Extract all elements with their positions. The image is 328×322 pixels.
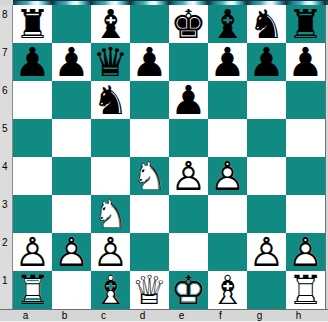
piece-outline-layer: ♙ xyxy=(13,233,52,271)
square-g7[interactable]: ♟ xyxy=(247,43,286,81)
piece-black-pawn: ♟ xyxy=(169,81,208,119)
square-h2[interactable]: ♟♙ xyxy=(286,233,325,271)
square-h5[interactable] xyxy=(286,119,325,157)
piece-black-pawn: ♟ xyxy=(247,43,286,81)
square-f5[interactable] xyxy=(208,119,247,157)
square-g8[interactable]: ♞ xyxy=(247,5,286,43)
square-g2[interactable]: ♟♙ xyxy=(247,233,286,271)
square-f4[interactable]: ♟♙ xyxy=(208,157,247,195)
rank-label-7: 7 xyxy=(0,43,12,81)
piece-glyph: ♚ xyxy=(169,5,208,43)
square-f6[interactable] xyxy=(208,81,247,119)
piece-glyph: ♟ xyxy=(52,43,91,81)
piece-black-knight: ♞ xyxy=(91,81,130,119)
square-a3[interactable] xyxy=(13,195,52,233)
square-a7[interactable]: ♟ xyxy=(13,43,52,81)
piece-glyph: ♟ xyxy=(169,81,208,119)
square-f1[interactable]: ♝♗ xyxy=(208,271,247,309)
piece-black-bishop: ♝ xyxy=(208,5,247,43)
piece-white-king: ♚♔ xyxy=(169,271,208,309)
piece-glyph: ♞ xyxy=(91,81,130,119)
square-g6[interactable] xyxy=(247,81,286,119)
piece-outline-layer: ♕ xyxy=(130,271,169,309)
piece-white-pawn: ♟♙ xyxy=(91,233,130,271)
piece-white-pawn: ♟♙ xyxy=(52,233,91,271)
rank-label-1: 1 xyxy=(0,271,12,309)
rank-label-8: 8 xyxy=(0,5,12,43)
square-h3[interactable] xyxy=(286,195,325,233)
file-label-h: h xyxy=(279,310,318,322)
piece-black-rook: ♜ xyxy=(286,5,325,43)
piece-black-pawn: ♟ xyxy=(130,43,169,81)
piece-glyph: ♟ xyxy=(208,43,247,81)
piece-black-queen: ♛ xyxy=(91,43,130,81)
square-e7[interactable] xyxy=(169,43,208,81)
piece-outline-layer: ♘ xyxy=(130,157,169,195)
piece-glyph: ♝ xyxy=(208,5,247,43)
file-label-a: a xyxy=(6,310,45,322)
square-g1[interactable] xyxy=(247,271,286,309)
piece-white-queen: ♛♕ xyxy=(130,271,169,309)
piece-white-bishop: ♝♗ xyxy=(91,271,130,309)
square-c8[interactable]: ♝ xyxy=(91,5,130,43)
piece-black-pawn: ♟ xyxy=(208,43,247,81)
piece-black-rook: ♜ xyxy=(13,5,52,43)
square-f3[interactable] xyxy=(208,195,247,233)
square-d6[interactable] xyxy=(130,81,169,119)
square-b6[interactable] xyxy=(52,81,91,119)
square-a2[interactable]: ♟♙ xyxy=(13,233,52,271)
piece-black-bishop: ♝ xyxy=(91,5,130,43)
square-b8[interactable] xyxy=(52,5,91,43)
square-a1[interactable]: ♜♖ xyxy=(13,271,52,309)
square-g5[interactable] xyxy=(247,119,286,157)
square-e4[interactable]: ♟♙ xyxy=(169,157,208,195)
square-a4[interactable] xyxy=(13,157,52,195)
square-a6[interactable] xyxy=(13,81,52,119)
square-e3[interactable] xyxy=(169,195,208,233)
square-d1[interactable]: ♛♕ xyxy=(130,271,169,309)
square-c7[interactable]: ♛ xyxy=(91,43,130,81)
square-d2[interactable] xyxy=(130,233,169,271)
square-a5[interactable] xyxy=(13,119,52,157)
square-b7[interactable]: ♟ xyxy=(52,43,91,81)
square-e1[interactable]: ♚♔ xyxy=(169,271,208,309)
file-label-e: e xyxy=(162,310,201,322)
piece-black-pawn: ♟ xyxy=(13,43,52,81)
piece-glyph: ♝ xyxy=(91,5,130,43)
square-c5[interactable] xyxy=(91,119,130,157)
piece-white-rook: ♜♖ xyxy=(286,271,325,309)
square-g3[interactable] xyxy=(247,195,286,233)
square-h1[interactable]: ♜♖ xyxy=(286,271,325,309)
square-b2[interactable]: ♟♙ xyxy=(52,233,91,271)
square-e8[interactable]: ♚ xyxy=(169,5,208,43)
square-c2[interactable]: ♟♙ xyxy=(91,233,130,271)
piece-outline-layer: ♘ xyxy=(91,195,130,233)
square-d3[interactable] xyxy=(130,195,169,233)
rank-label-2: 2 xyxy=(0,233,12,271)
piece-black-king: ♚ xyxy=(169,5,208,43)
piece-outline-layer: ♙ xyxy=(247,233,286,271)
piece-black-pawn: ♟ xyxy=(52,43,91,81)
file-labels-bar: abcdefgh xyxy=(0,309,328,322)
square-h7[interactable]: ♟ xyxy=(286,43,325,81)
board-area: 87654321 ♜♝♚♝♞♜♟♟♛♟♟♟♟♞♟♞♘♟♙♟♙♞♘♟♙♟♙♟♙♟♙… xyxy=(0,5,328,309)
piece-glyph: ♞ xyxy=(247,5,286,43)
square-f7[interactable]: ♟ xyxy=(208,43,247,81)
square-e2[interactable] xyxy=(169,233,208,271)
piece-outline-layer: ♗ xyxy=(208,271,247,309)
piece-white-pawn: ♟♙ xyxy=(286,233,325,271)
square-a8[interactable]: ♜ xyxy=(13,5,52,43)
piece-black-pawn: ♟ xyxy=(286,43,325,81)
rank-label-4: 4 xyxy=(0,157,12,195)
square-e5[interactable] xyxy=(169,119,208,157)
piece-white-pawn: ♟♙ xyxy=(169,157,208,195)
piece-white-rook: ♜♖ xyxy=(13,271,52,309)
square-c1[interactable]: ♝♗ xyxy=(91,271,130,309)
piece-white-bishop: ♝♗ xyxy=(208,271,247,309)
piece-white-pawn: ♟♙ xyxy=(247,233,286,271)
rank-labels-gutter: 87654321 xyxy=(0,5,13,309)
piece-outline-layer: ♙ xyxy=(169,157,208,195)
square-b4[interactable] xyxy=(52,157,91,195)
piece-outline-layer: ♖ xyxy=(286,271,325,309)
piece-glyph: ♜ xyxy=(286,5,325,43)
rank-label-3: 3 xyxy=(0,195,12,233)
piece-outline-layer: ♙ xyxy=(286,233,325,271)
square-c4[interactable] xyxy=(91,157,130,195)
square-b5[interactable] xyxy=(52,119,91,157)
file-label-c: c xyxy=(84,310,123,322)
piece-glyph: ♛ xyxy=(91,43,130,81)
piece-black-knight: ♞ xyxy=(247,5,286,43)
file-label-d: d xyxy=(123,310,162,322)
square-h4[interactable] xyxy=(286,157,325,195)
square-d5[interactable] xyxy=(130,119,169,157)
square-e6[interactable]: ♟ xyxy=(169,81,208,119)
square-d4[interactable]: ♞♘ xyxy=(130,157,169,195)
square-h6[interactable] xyxy=(286,81,325,119)
piece-glyph: ♟ xyxy=(247,43,286,81)
piece-outline-layer: ♙ xyxy=(91,233,130,271)
piece-outline-layer: ♔ xyxy=(169,271,208,309)
square-c6[interactable]: ♞ xyxy=(91,81,130,119)
square-h8[interactable]: ♜ xyxy=(286,5,325,43)
piece-glyph: ♟ xyxy=(286,43,325,81)
square-b1[interactable] xyxy=(52,271,91,309)
square-d8[interactable] xyxy=(130,5,169,43)
piece-white-pawn: ♟♙ xyxy=(13,233,52,271)
square-f2[interactable] xyxy=(208,233,247,271)
square-c3[interactable]: ♞♘ xyxy=(91,195,130,233)
piece-outline-layer: ♙ xyxy=(208,157,247,195)
piece-outline-layer: ♖ xyxy=(13,271,52,309)
piece-white-pawn: ♟♙ xyxy=(208,157,247,195)
piece-white-knight: ♞♘ xyxy=(91,195,130,233)
piece-white-knight: ♞♘ xyxy=(130,157,169,195)
rank-label-6: 6 xyxy=(0,81,12,119)
file-label-b: b xyxy=(45,310,84,322)
chess-board-window: 87654321 ♜♝♚♝♞♜♟♟♛♟♟♟♟♞♟♞♘♟♙♟♙♞♘♟♙♟♙♟♙♟♙… xyxy=(0,0,328,322)
piece-outline-layer: ♗ xyxy=(91,271,130,309)
piece-glyph: ♜ xyxy=(13,5,52,43)
square-d7[interactable]: ♟ xyxy=(130,43,169,81)
file-label-f: f xyxy=(201,310,240,322)
square-g4[interactable] xyxy=(247,157,286,195)
piece-glyph: ♟ xyxy=(130,43,169,81)
piece-glyph: ♟ xyxy=(13,43,52,81)
square-f8[interactable]: ♝ xyxy=(208,5,247,43)
piece-outline-layer: ♙ xyxy=(52,233,91,271)
rank-label-5: 5 xyxy=(0,119,12,157)
board: ♜♝♚♝♞♜♟♟♛♟♟♟♟♞♟♞♘♟♙♟♙♞♘♟♙♟♙♟♙♟♙♟♙♜♖♝♗♛♕♚… xyxy=(13,5,325,309)
square-b3[interactable] xyxy=(52,195,91,233)
file-label-g: g xyxy=(240,310,279,322)
